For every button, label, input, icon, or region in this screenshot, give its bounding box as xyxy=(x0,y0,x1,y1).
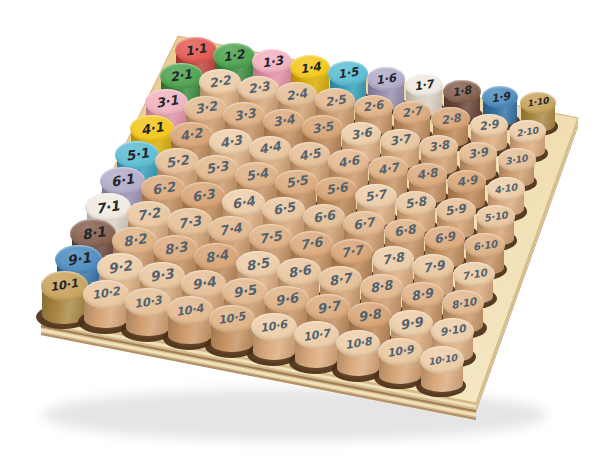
peg-label: 5·7 xyxy=(365,189,388,204)
peg-label: 10·9 xyxy=(386,344,414,359)
peg-top-face: 10·3 xyxy=(125,288,171,317)
peg-label: 7·1 xyxy=(95,199,120,216)
peg-label: 7·6 xyxy=(299,236,323,252)
peg-label: 2·4 xyxy=(285,87,308,102)
peg-label: 5·8 xyxy=(405,196,427,211)
peg-top-face: 8·6 xyxy=(277,258,321,285)
peg-top-face: 5·1 xyxy=(115,141,159,168)
peg-label: 2·8 xyxy=(440,112,461,126)
peg-top-face: 8·4 xyxy=(194,243,239,271)
peg-label: 4·1 xyxy=(140,120,164,136)
peg-top-face: 9·5 xyxy=(222,278,267,306)
peg-label: 6·5 xyxy=(272,202,296,218)
peg-top-face: 9·1 xyxy=(55,245,101,274)
peg-label: 4·2 xyxy=(179,127,203,143)
peg-top-face: 10·7 xyxy=(294,321,339,349)
peg-label: 10·6 xyxy=(260,319,288,334)
peg-label: 1·7 xyxy=(413,78,434,92)
peg-label: 10·7 xyxy=(302,328,330,343)
peg-top-face: 3·2 xyxy=(184,96,227,122)
peg-top-face: 6·9 xyxy=(424,226,465,251)
peg-label: 9·4 xyxy=(191,275,216,292)
peg-top-face: 7·2 xyxy=(126,201,171,229)
peg-top-face: 7·3 xyxy=(167,208,211,236)
peg-label: 8·1 xyxy=(81,225,106,242)
peg-label: 2·7 xyxy=(401,106,422,121)
peg-top-face: 9·6 xyxy=(264,286,309,314)
peg-top-face: 8·10 xyxy=(442,290,484,316)
peg-label: 5·1 xyxy=(125,147,149,164)
peg-top-face: 8·5 xyxy=(236,251,280,278)
peg-top-face: 5·7 xyxy=(355,184,396,209)
peg-top-face: 3·9 xyxy=(459,142,497,166)
peg-top-face: 10·6 xyxy=(251,313,296,341)
peg-top-face: 2·8 xyxy=(431,107,469,131)
peg-top-face: 6·5 xyxy=(262,197,305,224)
peg-top-face: 1·10 xyxy=(520,92,556,114)
peg-label: 3·8 xyxy=(428,140,450,155)
peg-label: 1·2 xyxy=(223,48,246,64)
peg-label: 6·3 xyxy=(191,187,215,203)
peg-top-face: 4·6 xyxy=(328,149,369,174)
peg-label: 9·10 xyxy=(439,324,466,339)
peg-label: 6·2 xyxy=(151,180,176,197)
peg-label: 6·8 xyxy=(393,224,416,240)
peg-top-face: 9·2 xyxy=(97,253,143,282)
peg-label: 4·3 xyxy=(219,134,243,150)
peg-label: 4·5 xyxy=(298,148,321,164)
peg-label: 7·10 xyxy=(461,267,487,281)
peg-top-face: 1·1 xyxy=(175,37,217,63)
peg-top-face: 8·1 xyxy=(70,219,116,247)
peg-label: 2·5 xyxy=(324,93,346,108)
peg-top-face: 10·2 xyxy=(83,280,130,309)
peg-label: 3·5 xyxy=(311,120,334,135)
peg-top-face: 4·2 xyxy=(170,122,213,149)
peg-top-face: 6·1 xyxy=(100,167,145,195)
peg-label: 1·4 xyxy=(299,60,321,75)
peg-label: 6·4 xyxy=(231,194,255,210)
peg-10-10[interactable]: 10·10 xyxy=(420,346,464,405)
peg-top-face: 6·4 xyxy=(222,189,265,216)
peg-label: 9·5 xyxy=(232,283,257,300)
peg-label: 2·9 xyxy=(478,118,499,132)
peg-top-face: 6·7 xyxy=(343,211,385,237)
peg-label: 4·10 xyxy=(494,182,518,195)
peg-label: 6·1 xyxy=(110,173,135,190)
peg-label: 10·5 xyxy=(218,311,247,327)
peg-label: 5·5 xyxy=(285,175,308,191)
peg-label: 1·1 xyxy=(184,42,207,58)
peg-top-face: 4·4 xyxy=(249,136,291,162)
peg-top-face: 5·5 xyxy=(275,170,317,196)
peg-top-face: 5·9 xyxy=(436,198,476,223)
peg-label: 7·3 xyxy=(177,214,202,231)
peg-top-face: 6·6 xyxy=(303,204,345,230)
peg-top-face: 3·5 xyxy=(302,115,343,140)
peg-top-face: 4·8 xyxy=(407,163,447,188)
peg-label: 10·10 xyxy=(427,353,457,367)
peg-top-face: 7·8 xyxy=(372,246,414,272)
peg-label: 7·2 xyxy=(136,206,161,223)
peg-top-face: 6·8 xyxy=(384,219,425,245)
peg-label: 9·6 xyxy=(274,291,299,308)
peg-label: 2·6 xyxy=(363,100,385,115)
peg-label: 5·6 xyxy=(325,182,348,198)
peg-label: 2·3 xyxy=(247,81,270,97)
peg-label: 10·1 xyxy=(49,278,79,294)
peg-label: 8·8 xyxy=(369,279,393,295)
peg-top-face: 9·10 xyxy=(431,318,474,345)
peg-top-face: 10·9 xyxy=(378,338,422,365)
peg-top-face: 4·1 xyxy=(130,115,174,142)
peg-top-face: 1·5 xyxy=(328,61,367,85)
multiplication-board-scene: 1·11·21·31·41·52·11·62·21·72·31·82·41·92… xyxy=(0,0,600,463)
peg-label: 4·8 xyxy=(416,168,438,183)
peg-top-face: 7·10 xyxy=(453,262,494,288)
peg-label: 6·10 xyxy=(472,239,497,253)
peg-top-face: 3·7 xyxy=(380,129,420,154)
peg-label: 1·6 xyxy=(375,72,396,87)
peg-label: 10·4 xyxy=(176,303,205,319)
peg-label: 5·3 xyxy=(205,161,229,177)
peg-top-face: 5·4 xyxy=(235,162,278,188)
peg-label: 1·9 xyxy=(490,90,510,104)
peg-top-face: 8·8 xyxy=(360,274,403,301)
peg-top-face: 1·8 xyxy=(443,80,480,103)
peg-label: 8·10 xyxy=(450,296,477,310)
peg-top-face: 2·2 xyxy=(199,69,241,95)
peg-label: 8·2 xyxy=(122,233,147,250)
peg-top-face: 2·3 xyxy=(238,76,279,102)
peg-label: 9·8 xyxy=(357,307,381,324)
peg-top-face: 9·7 xyxy=(306,294,350,321)
peg-label: 9·9 xyxy=(399,315,423,331)
peg-top-face: 1·2 xyxy=(213,43,254,69)
peg-label: 5·4 xyxy=(245,168,269,184)
peg-label: 7·5 xyxy=(259,229,283,245)
peg-label: 10·2 xyxy=(91,286,120,302)
peg-top-face: 8·7 xyxy=(318,266,361,293)
peg-top-face: 10·5 xyxy=(209,305,255,333)
peg-top-face: 3·1 xyxy=(145,89,188,116)
peg-label: 4·4 xyxy=(258,141,281,157)
peg-label: 7·7 xyxy=(340,244,364,260)
peg-top-face: 10·10 xyxy=(420,346,464,373)
peg-top-face: 2·1 xyxy=(160,63,203,89)
peg-label: 3·6 xyxy=(350,127,372,142)
peg-top-face: 7·5 xyxy=(249,224,293,251)
peg-label: 1·5 xyxy=(337,66,359,81)
peg-label: 9·1 xyxy=(66,251,92,268)
peg-top-face: 2·6 xyxy=(354,95,393,119)
peg-top-face: 10·4 xyxy=(167,296,213,325)
peg-label: 4·7 xyxy=(377,161,399,176)
peg-label: 8·6 xyxy=(287,264,311,281)
peg-top-face: 4·5 xyxy=(289,142,330,168)
peg-label: 8·9 xyxy=(410,287,434,303)
peg-10-8[interactable]: 10·8 xyxy=(336,330,381,389)
peg-label: 2·1 xyxy=(170,68,194,84)
peg-top-face: 8·3 xyxy=(153,235,198,263)
peg-top-face: 9·3 xyxy=(139,262,185,290)
peg-top-face: 8·9 xyxy=(401,282,444,308)
peg-label: 2·10 xyxy=(516,125,539,138)
peg-top-face: 2·9 xyxy=(470,114,508,137)
peg-label: 3·1 xyxy=(155,94,179,110)
peg-top-face: 2·4 xyxy=(276,82,317,107)
peg-label: 8·4 xyxy=(204,248,229,265)
peg-label: 9·2 xyxy=(107,259,133,276)
peg-top-face: 7·1 xyxy=(85,193,130,221)
peg-label: 3·2 xyxy=(194,101,218,117)
peg-grid: 1·11·21·31·41·52·11·62·21·72·31·82·41·92… xyxy=(0,0,600,463)
peg-label: 5·9 xyxy=(444,203,466,218)
peg-label: 4·9 xyxy=(456,175,478,190)
peg-label: 8·7 xyxy=(328,272,352,288)
peg-top-face: 3·10 xyxy=(498,148,536,171)
peg-label: 1·3 xyxy=(261,54,284,69)
peg-label: 3·3 xyxy=(233,107,256,123)
peg-label: 1·10 xyxy=(527,97,550,109)
peg-label: 7·4 xyxy=(218,221,242,238)
peg-label: 4·6 xyxy=(337,154,360,169)
peg-label: 6·6 xyxy=(312,209,335,225)
peg-top-face: 1·4 xyxy=(290,55,330,80)
peg-top-face: 9·4 xyxy=(181,270,226,298)
peg-top-face: 2·10 xyxy=(509,120,546,143)
peg-top-face: 10·1 xyxy=(41,271,88,300)
peg-label: 2·2 xyxy=(208,74,231,90)
peg-label: 8·3 xyxy=(163,240,188,257)
peg-top-face: 1·7 xyxy=(405,74,443,98)
peg-label: 5·10 xyxy=(483,210,508,223)
peg-top-face: 7·6 xyxy=(290,231,333,258)
peg-label: 1·8 xyxy=(452,84,473,98)
peg-label: 9·7 xyxy=(316,299,340,316)
peg-label: 6·9 xyxy=(433,231,456,246)
peg-top-face: 5·8 xyxy=(395,191,436,216)
peg-label: 7·9 xyxy=(422,259,445,275)
peg-top-face: 7·9 xyxy=(412,254,454,280)
peg-top-face: 4·3 xyxy=(209,129,252,155)
peg-label: 3·9 xyxy=(467,146,488,160)
peg-label: 7·8 xyxy=(381,251,404,267)
peg-label: 3·10 xyxy=(505,154,529,167)
peg-top-face: 3·6 xyxy=(341,122,381,147)
peg-top-face: 4·10 xyxy=(487,177,526,201)
peg-label: 6·7 xyxy=(352,216,375,232)
peg-label: 3·4 xyxy=(272,114,295,130)
peg-label: 3·7 xyxy=(389,133,411,148)
peg-label: 10·3 xyxy=(133,295,162,311)
peg-top-face: 6·3 xyxy=(181,182,225,209)
peg-top-face: 9·9 xyxy=(389,310,432,337)
peg-label: 8·5 xyxy=(246,256,271,273)
peg-top-face: 6·2 xyxy=(141,175,185,202)
peg-label: 9·3 xyxy=(149,267,174,284)
peg-label: 10·8 xyxy=(344,336,372,351)
peg-label: 5·2 xyxy=(165,154,189,170)
